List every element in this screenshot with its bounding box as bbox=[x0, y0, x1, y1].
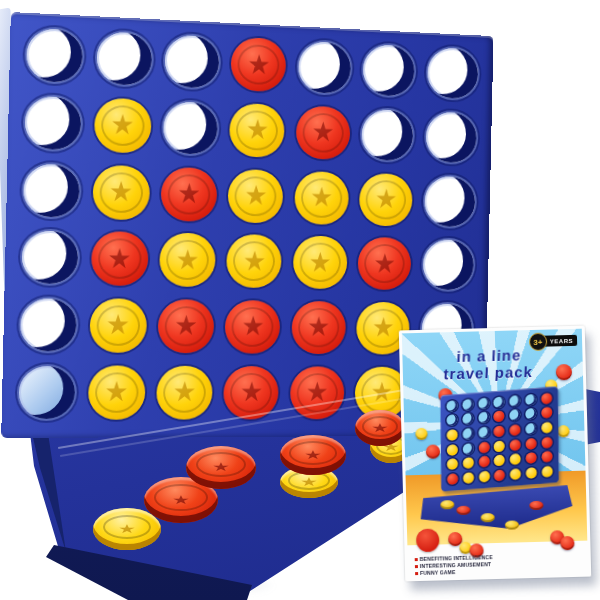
mini-red-disc bbox=[478, 442, 489, 454]
empty-hole bbox=[165, 35, 220, 89]
red-disc: ★ bbox=[225, 300, 281, 354]
mini-board-cell-r4c1 bbox=[445, 442, 461, 458]
mini-yellow-disc bbox=[447, 459, 458, 471]
mini-board-cell-r3c4 bbox=[492, 424, 508, 440]
product-photo-scene: ★★★★★★★★★★★★★★★★★★★★★★★★ ★★★★★★★ 3+ YEAR… bbox=[0, 0, 600, 600]
red-disc: ★ bbox=[358, 237, 412, 290]
empty-hole bbox=[298, 41, 351, 94]
board-cell-r4c4: ★ bbox=[220, 228, 288, 295]
mini-board-cell-r6c6 bbox=[523, 465, 539, 481]
mini-board-cell-r1c1 bbox=[444, 398, 460, 414]
mini-board-cell-r1c7 bbox=[538, 390, 554, 406]
red-tray-disc: ★ bbox=[355, 410, 405, 446]
yellow-disc: ★ bbox=[294, 171, 349, 225]
board-cell-r5c1 bbox=[13, 291, 84, 359]
red-disc: ★ bbox=[291, 301, 346, 354]
yellow-disc: ★ bbox=[156, 365, 213, 419]
mini-yellow-disc bbox=[510, 454, 521, 466]
mini-board-cell-r4c4 bbox=[492, 438, 508, 454]
box-feature-bullets: BENEFITING INTELLIGENCEINTERESTING AMUSE… bbox=[415, 554, 493, 577]
board-cell-r3c5: ★ bbox=[288, 164, 355, 231]
mini-red-disc bbox=[447, 473, 458, 485]
mini-board-cell-r5c2 bbox=[461, 455, 477, 471]
disc-star-emboss: ★ bbox=[106, 312, 131, 340]
box-title: in a line travel pack bbox=[402, 345, 575, 384]
disc-star-emboss: ★ bbox=[118, 523, 136, 535]
mini-board-cell-r6c7 bbox=[539, 464, 555, 480]
yellow-disc: ★ bbox=[293, 236, 348, 290]
empty-hole bbox=[96, 32, 152, 87]
empty-hole bbox=[362, 109, 414, 161]
mini-red-disc bbox=[525, 438, 536, 450]
mini-red-disc bbox=[494, 411, 505, 423]
yellow-tray-disc: ★ bbox=[93, 508, 161, 550]
travel-pack-box: 3+ YEARS in a line travel pack BENEFITIN… bbox=[399, 326, 592, 582]
mini-empty-hole bbox=[478, 397, 489, 409]
disc-star-emboss: ★ bbox=[371, 422, 389, 434]
mini-board-cell-r4c7 bbox=[539, 435, 555, 451]
board-cell-r1c5 bbox=[291, 34, 358, 102]
mini-board-cell-r2c1 bbox=[445, 413, 461, 429]
mini-yellow-disc bbox=[447, 429, 458, 441]
mini-board-cell-r2c2 bbox=[460, 411, 476, 427]
disc-star-emboss: ★ bbox=[104, 378, 129, 406]
empty-hole bbox=[425, 111, 476, 163]
yellow-disc: ★ bbox=[229, 103, 285, 158]
board-cell-r3c1 bbox=[16, 156, 87, 225]
mini-red-disc bbox=[541, 451, 552, 463]
mini-yellow-disc bbox=[463, 457, 474, 469]
mini-board-cell-r1c4 bbox=[491, 394, 507, 410]
mini-board-cell-r5c7 bbox=[539, 449, 555, 465]
empty-hole bbox=[19, 366, 76, 419]
board-cell-r2c6 bbox=[355, 102, 420, 169]
empty-hole bbox=[363, 44, 415, 97]
board-cell-r4c7 bbox=[416, 232, 480, 297]
empty-hole bbox=[25, 96, 82, 151]
mini-yellow-disc bbox=[463, 472, 474, 484]
mini-empty-hole bbox=[510, 410, 521, 422]
empty-hole bbox=[427, 47, 478, 99]
board-cell-r6c3: ★ bbox=[150, 359, 219, 425]
mini-yellow-disc bbox=[494, 455, 505, 467]
empty-hole bbox=[26, 28, 83, 83]
mini-red-disc bbox=[479, 456, 490, 468]
disc-star-emboss: ★ bbox=[172, 379, 196, 406]
red-disc: ★ bbox=[158, 299, 215, 353]
empty-hole bbox=[163, 101, 218, 155]
disc-star-emboss: ★ bbox=[175, 246, 199, 274]
mini-board-cell-r3c6 bbox=[523, 421, 539, 437]
board-cell-r1c7 bbox=[420, 40, 484, 107]
mini-board-cell-r2c3 bbox=[476, 410, 492, 426]
disc-star-emboss: ★ bbox=[177, 180, 201, 208]
mini-empty-hole bbox=[447, 415, 458, 427]
disc-star-emboss: ★ bbox=[109, 178, 134, 206]
mini-yellow-disc bbox=[510, 468, 521, 480]
yellow-disc: ★ bbox=[159, 233, 216, 288]
mini-empty-hole bbox=[463, 443, 474, 455]
mini-board-cell-r6c4 bbox=[492, 468, 508, 484]
mini-yellow-disc bbox=[541, 422, 552, 434]
mini-yellow-disc bbox=[447, 444, 458, 456]
red-tray-disc: ★ bbox=[186, 446, 256, 489]
yellow-disc: ★ bbox=[87, 365, 145, 419]
mini-board-cell-r2c6 bbox=[523, 406, 539, 422]
red-disc: ★ bbox=[296, 105, 351, 160]
mini-board-cell-r4c6 bbox=[523, 436, 539, 452]
red-tray-disc: ★ bbox=[280, 435, 346, 475]
mini-empty-hole bbox=[463, 413, 474, 425]
disc-star-emboss: ★ bbox=[311, 119, 335, 147]
board-cell-r3c2: ★ bbox=[86, 158, 156, 227]
board-cell-r3c3: ★ bbox=[154, 160, 223, 228]
mini-board-cell-r6c5 bbox=[508, 466, 524, 482]
mini-red-disc bbox=[541, 437, 552, 449]
board-cell-r2c3 bbox=[156, 94, 225, 163]
mini-board-cell-r5c4 bbox=[492, 453, 508, 469]
mini-board-cell-r6c2 bbox=[461, 470, 477, 486]
disc-star-emboss: ★ bbox=[172, 494, 190, 506]
mini-board-cell-r1c3 bbox=[476, 395, 492, 411]
board-cell-r2c2: ★ bbox=[87, 91, 157, 160]
mini-empty-hole bbox=[478, 427, 489, 439]
mini-empty-hole bbox=[525, 408, 536, 420]
mini-red-disc bbox=[510, 424, 521, 436]
mini-empty-hole bbox=[478, 412, 489, 424]
mini-board-cell-r4c2 bbox=[460, 441, 476, 457]
disc-star-emboss: ★ bbox=[310, 184, 334, 211]
mini-empty-hole bbox=[463, 428, 474, 440]
board-cell-r2c5: ★ bbox=[290, 99, 357, 166]
board-cell-r6c2: ★ bbox=[81, 359, 151, 426]
empty-hole bbox=[20, 298, 77, 351]
mini-board-cell-r3c1 bbox=[445, 427, 461, 443]
board-cell-r2c4: ★ bbox=[223, 96, 291, 164]
board-cell-r3c7 bbox=[417, 168, 481, 234]
yellow-disc: ★ bbox=[94, 97, 152, 153]
mini-empty-hole bbox=[509, 395, 520, 407]
disc-star-emboss: ★ bbox=[212, 461, 230, 473]
disc-star-emboss: ★ bbox=[308, 249, 332, 276]
mini-red-disc bbox=[526, 453, 537, 465]
disc-star-emboss: ★ bbox=[304, 449, 322, 461]
mini-board-cell-r2c5 bbox=[507, 408, 523, 424]
mini-yellow-disc bbox=[541, 466, 552, 478]
disc-star-emboss: ★ bbox=[241, 313, 265, 340]
empty-hole bbox=[22, 231, 79, 285]
board-cell-r1c4: ★ bbox=[225, 31, 293, 99]
mini-board-cell-r2c4 bbox=[492, 409, 508, 425]
board-cell-r4c1 bbox=[14, 223, 85, 292]
board-cell-r5c3: ★ bbox=[151, 293, 220, 360]
mini-yellow-disc bbox=[479, 471, 490, 483]
board-cell-r3c6: ★ bbox=[353, 166, 418, 232]
mini-red-disc bbox=[541, 392, 552, 404]
board-cell-r1c3 bbox=[158, 27, 227, 96]
mini-yellow-disc bbox=[494, 440, 505, 452]
mini-yellow-disc bbox=[526, 467, 537, 479]
mini-board-cell-r4c3 bbox=[476, 439, 492, 455]
mini-red-disc bbox=[494, 426, 505, 438]
board-cell-r1c6 bbox=[356, 37, 421, 104]
disc-star-emboss: ★ bbox=[372, 315, 395, 342]
disc-star-emboss: ★ bbox=[300, 476, 318, 488]
yellow-disc: ★ bbox=[228, 168, 284, 223]
board-cell-r6c1 bbox=[11, 358, 82, 426]
disc-star-emboss: ★ bbox=[245, 116, 269, 144]
yellow-disc: ★ bbox=[226, 234, 282, 288]
mini-red-disc bbox=[541, 407, 552, 419]
disc-star-emboss: ★ bbox=[243, 248, 267, 276]
mini-board-cell-r1c5 bbox=[507, 393, 523, 409]
board-cell-r5c4: ★ bbox=[219, 294, 287, 360]
mini-board-cell-r6c1 bbox=[445, 471, 461, 487]
box-mini-board bbox=[440, 386, 558, 491]
mini-board-cell-r5c5 bbox=[508, 452, 524, 468]
board-cell-r5c5: ★ bbox=[285, 295, 352, 361]
red-disc: ★ bbox=[161, 166, 218, 221]
disc-star-emboss: ★ bbox=[107, 245, 132, 273]
disc-star-emboss: ★ bbox=[174, 312, 198, 340]
mini-board-cell-r4c5 bbox=[507, 437, 523, 453]
mini-empty-hole bbox=[525, 423, 536, 435]
mini-board-cell-r3c2 bbox=[460, 426, 476, 442]
disc-star-emboss: ★ bbox=[307, 314, 331, 341]
board-cell-r4c2: ★ bbox=[84, 225, 154, 293]
board-cell-r1c2 bbox=[89, 24, 159, 94]
red-disc: ★ bbox=[90, 231, 148, 286]
board-cell-r4c3: ★ bbox=[153, 226, 222, 293]
mini-red-disc bbox=[494, 470, 505, 482]
mini-board-cell-r2c7 bbox=[539, 405, 555, 421]
empty-hole bbox=[23, 163, 80, 217]
mini-board-cell-r5c6 bbox=[523, 450, 539, 466]
mini-board-cell-r3c7 bbox=[539, 420, 555, 436]
mini-board-cell-r6c3 bbox=[476, 469, 492, 485]
mini-board-cell-r3c3 bbox=[476, 425, 492, 441]
mini-red-disc bbox=[510, 439, 521, 451]
mini-board-cell-r3c5 bbox=[507, 422, 523, 438]
yellow-disc: ★ bbox=[89, 298, 147, 353]
mini-empty-hole bbox=[494, 396, 505, 408]
board-cell-r4c5: ★ bbox=[287, 229, 354, 295]
disc-star-emboss: ★ bbox=[240, 379, 264, 406]
empty-hole bbox=[424, 175, 475, 226]
disc-star-emboss: ★ bbox=[110, 111, 135, 139]
mini-empty-hole bbox=[525, 394, 536, 406]
red-disc: ★ bbox=[231, 37, 287, 93]
board-cell-r5c2: ★ bbox=[83, 292, 153, 359]
disc-star-emboss: ★ bbox=[375, 186, 398, 213]
yellow-disc: ★ bbox=[92, 164, 150, 220]
board-cell-r1c1 bbox=[19, 21, 90, 91]
mini-empty-hole bbox=[447, 400, 458, 412]
mini-board-cell-r1c6 bbox=[523, 392, 539, 408]
board-cell-r2c7 bbox=[419, 104, 483, 170]
empty-hole bbox=[423, 240, 474, 291]
mini-empty-hole bbox=[462, 399, 473, 411]
disc-star-emboss: ★ bbox=[244, 182, 268, 210]
mini-board-cell-r1c2 bbox=[460, 397, 476, 413]
board-cell-r3c4: ★ bbox=[222, 162, 290, 229]
yellow-disc: ★ bbox=[359, 173, 413, 227]
mini-board-cell-r5c3 bbox=[476, 454, 492, 470]
board-cell-r4c6: ★ bbox=[352, 231, 417, 297]
disc-star-emboss: ★ bbox=[373, 250, 396, 277]
mini-board-cell-r5c1 bbox=[445, 457, 461, 473]
disc-star-emboss: ★ bbox=[247, 51, 271, 79]
age-badge-years: YEARS bbox=[550, 337, 573, 344]
board-cell-r2c1 bbox=[17, 88, 88, 158]
